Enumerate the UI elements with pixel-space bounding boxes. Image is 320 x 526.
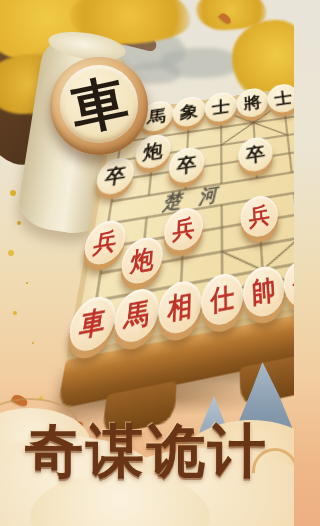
app-screenshot: { "game": "xiangqi (Chinese chess)", "po…	[0, 0, 294, 526]
decorative-piece-glyph: 車	[66, 71, 132, 137]
decorative-piece-face: 車	[60, 65, 138, 143]
piece-glyph: 仕	[292, 268, 294, 299]
piece-glyph: 兵	[92, 228, 118, 256]
piece-glyph: 士	[274, 89, 293, 107]
piece-glyph: 仕	[210, 282, 234, 315]
decorative-piece-chariot: 車	[50, 57, 148, 155]
piece-glyph: 馬	[123, 298, 151, 332]
piece-glyph: 炮	[129, 245, 155, 275]
piece-glyph: 卒	[104, 164, 128, 187]
piece-glyph: 將	[243, 93, 262, 111]
piece-glyph: 卒	[245, 143, 265, 165]
piece-glyph: 帥	[251, 275, 276, 307]
piece-glyph: 相	[167, 290, 193, 323]
piece-glyph: 炮	[142, 140, 163, 162]
piece-glyph: 卒	[176, 154, 197, 176]
piece-glyph: 兵	[248, 203, 270, 229]
piece-glyph: 兵	[172, 215, 195, 242]
piece-glyph: 士	[212, 98, 230, 117]
piece-glyph: 車	[78, 306, 108, 341]
piece-glyph: 象	[180, 102, 199, 121]
banner-title: 奇谋诡计	[0, 422, 294, 480]
piece-glyph: 馬	[147, 107, 167, 126]
fallen-leaf-dots	[10, 190, 16, 196]
